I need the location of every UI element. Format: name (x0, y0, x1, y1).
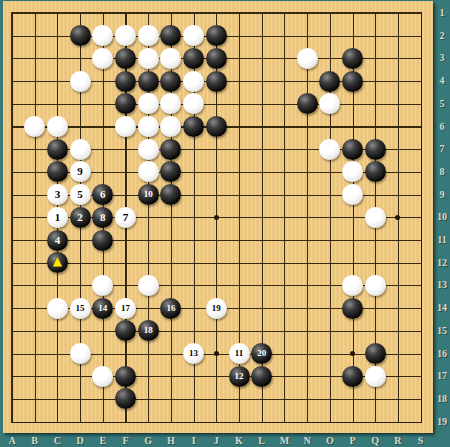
stone-white-C9[interactable]: 3 (47, 184, 68, 205)
row-label-5: 5 (435, 98, 449, 109)
col-label-A: A (4, 435, 20, 446)
col-label-P: P (345, 435, 361, 446)
move-number-label: 17 (115, 298, 136, 319)
row-label-2: 2 (435, 30, 449, 41)
move-number-label: 20 (251, 343, 272, 364)
col-label-J: J (208, 435, 224, 446)
go-app-window: 93561012874▲15141716191813112012 ABCDEFG… (0, 0, 450, 447)
stone-black-E11[interactable] (92, 230, 113, 251)
stone-black-D10[interactable]: 2 (70, 207, 91, 228)
move-number-label: 6 (92, 184, 113, 205)
stone-white-G3[interactable] (138, 48, 159, 69)
row-label-6: 6 (435, 121, 449, 132)
move-number-label: 19 (206, 298, 227, 319)
stone-black-L16[interactable]: 20 (251, 343, 272, 364)
stone-white-G7[interactable] (138, 139, 159, 160)
stone-black-J6[interactable] (206, 116, 227, 137)
stone-white-G2[interactable] (138, 25, 159, 46)
stone-black-C12[interactable]: ▲ (47, 252, 68, 273)
stone-black-I3[interactable] (183, 48, 204, 69)
row-label-8: 8 (435, 166, 449, 177)
triangle-marker: ▲ (47, 251, 68, 272)
move-number-label: 9 (70, 161, 91, 182)
row-label-17: 17 (435, 370, 449, 381)
stone-black-J4[interactable] (206, 71, 227, 92)
stone-white-D8[interactable]: 9 (70, 161, 91, 182)
row-label-3: 3 (435, 52, 449, 63)
stone-black-O4[interactable] (319, 71, 340, 92)
row-label-19: 19 (435, 416, 449, 427)
stone-black-E10[interactable]: 8 (92, 207, 113, 228)
stone-black-G4[interactable] (138, 71, 159, 92)
move-number-label: 8 (92, 207, 113, 228)
row-label-7: 7 (435, 143, 449, 154)
move-number-label: 15 (70, 298, 91, 319)
stone-white-I16[interactable]: 13 (183, 343, 204, 364)
stone-white-F6[interactable] (115, 116, 136, 137)
col-label-G: G (140, 435, 156, 446)
stone-white-O7[interactable] (319, 139, 340, 160)
stone-black-J3[interactable] (206, 48, 227, 69)
move-number-label: 2 (70, 207, 91, 228)
col-label-Q: Q (367, 435, 383, 446)
stone-black-F3[interactable] (115, 48, 136, 69)
move-number-label: 5 (70, 184, 91, 205)
stone-black-G9[interactable]: 10 (138, 184, 159, 205)
col-label-S: S (413, 435, 429, 446)
stone-black-D2[interactable] (70, 25, 91, 46)
row-label-15: 15 (435, 325, 449, 336)
stone-white-P9[interactable] (342, 184, 363, 205)
stone-black-P17[interactable] (342, 366, 363, 387)
stone-black-C7[interactable] (47, 139, 68, 160)
stone-black-Q8[interactable] (365, 161, 386, 182)
row-label-18: 18 (435, 393, 449, 404)
col-label-I: I (186, 435, 202, 446)
stone-white-Q17[interactable] (365, 366, 386, 387)
stone-white-P13[interactable] (342, 275, 363, 296)
stone-white-N3[interactable] (297, 48, 318, 69)
stone-black-H4[interactable] (160, 71, 181, 92)
row-label-9: 9 (435, 189, 449, 200)
hoshi-dot-J10 (214, 215, 219, 220)
move-number-label: 1 (47, 207, 68, 228)
move-number-label: 13 (183, 343, 204, 364)
stone-black-H14[interactable]: 16 (160, 298, 181, 319)
stone-white-D16[interactable] (70, 343, 91, 364)
stone-white-Q10[interactable] (365, 207, 386, 228)
row-label-4: 4 (435, 75, 449, 86)
stone-black-K17[interactable]: 12 (229, 366, 250, 387)
move-number-label: 10 (138, 184, 159, 205)
col-label-O: O (322, 435, 338, 446)
move-number-label: 3 (47, 184, 68, 205)
stone-white-D9[interactable]: 5 (70, 184, 91, 205)
stone-white-D4[interactable] (70, 71, 91, 92)
stone-black-Q16[interactable] (365, 343, 386, 364)
hoshi-dot-P16 (350, 351, 355, 356)
stone-white-E17[interactable] (92, 366, 113, 387)
hoshi-dot-J16 (214, 351, 219, 356)
stone-black-F4[interactable] (115, 71, 136, 92)
stone-black-H7[interactable] (160, 139, 181, 160)
col-label-E: E (95, 435, 111, 446)
col-label-H: H (163, 435, 179, 446)
move-number-label: 12 (229, 366, 250, 387)
stone-black-P7[interactable] (342, 139, 363, 160)
row-label-11: 11 (435, 234, 449, 245)
col-label-N: N (299, 435, 315, 446)
stone-black-L17[interactable] (251, 366, 272, 387)
row-label-1: 1 (435, 7, 449, 18)
stone-white-G5[interactable] (138, 93, 159, 114)
move-number-label: 7 (115, 207, 136, 228)
col-label-R: R (390, 435, 406, 446)
stone-black-F17[interactable] (115, 366, 136, 387)
col-label-L: L (254, 435, 270, 446)
stone-white-I4[interactable] (183, 71, 204, 92)
row-label-13: 13 (435, 279, 449, 290)
move-number-label: 16 (160, 298, 181, 319)
stone-white-J14[interactable]: 19 (206, 298, 227, 319)
stone-black-Q7[interactable] (365, 139, 386, 160)
stone-white-Q13[interactable] (365, 275, 386, 296)
stone-white-G13[interactable] (138, 275, 159, 296)
stone-white-F14[interactable]: 17 (115, 298, 136, 319)
row-label-16: 16 (435, 348, 449, 359)
stone-black-J2[interactable] (206, 25, 227, 46)
row-label-10: 10 (435, 211, 449, 222)
move-number-label: 18 (138, 320, 159, 341)
stone-black-G15[interactable]: 18 (138, 320, 159, 341)
stone-white-C14[interactable] (47, 298, 68, 319)
move-number-label: 4 (47, 230, 68, 251)
col-label-C: C (49, 435, 65, 446)
col-label-M: M (276, 435, 292, 446)
stone-white-C10[interactable]: 1 (47, 207, 68, 228)
col-label-K: K (231, 435, 247, 446)
move-number-label: 14 (92, 298, 113, 319)
stone-white-D7[interactable] (70, 139, 91, 160)
stone-white-G8[interactable] (138, 161, 159, 182)
stone-white-F10[interactable]: 7 (115, 207, 136, 228)
stone-black-E14[interactable]: 14 (92, 298, 113, 319)
stone-black-P3[interactable] (342, 48, 363, 69)
stone-black-I6[interactable] (183, 116, 204, 137)
stone-white-C6[interactable] (47, 116, 68, 137)
stone-white-K16[interactable]: 11 (229, 343, 250, 364)
stone-black-P4[interactable] (342, 71, 363, 92)
col-label-D: D (72, 435, 88, 446)
move-number-label: 11 (229, 343, 250, 364)
stone-black-N5[interactable] (297, 93, 318, 114)
stone-white-D14[interactable]: 15 (70, 298, 91, 319)
stone-black-P14[interactable] (342, 298, 363, 319)
stone-black-C11[interactable]: 4 (47, 230, 68, 251)
col-label-F: F (118, 435, 134, 446)
col-label-B: B (27, 435, 43, 446)
row-label-14: 14 (435, 302, 449, 313)
row-label-12: 12 (435, 257, 449, 268)
stone-white-G6[interactable] (138, 116, 159, 137)
stone-black-E9[interactable]: 6 (92, 184, 113, 205)
